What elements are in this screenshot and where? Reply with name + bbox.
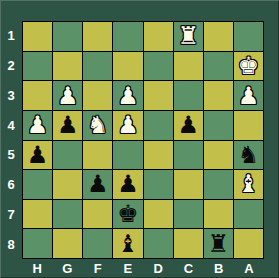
rank-label-8: 8 bbox=[0, 229, 22, 259]
square-e8[interactable]: ♝ bbox=[113, 229, 142, 258]
square-b3[interactable] bbox=[204, 81, 233, 110]
square-d5[interactable] bbox=[144, 141, 173, 170]
square-h4[interactable]: ♟ bbox=[23, 111, 52, 140]
black-king-e7[interactable]: ♚ bbox=[117, 202, 139, 226]
square-h8[interactable] bbox=[23, 229, 52, 258]
square-b6[interactable] bbox=[204, 170, 233, 199]
square-f8[interactable] bbox=[83, 229, 112, 258]
black-pawn-h5[interactable]: ♟ bbox=[27, 143, 49, 167]
square-b4[interactable] bbox=[204, 111, 233, 140]
square-d2[interactable] bbox=[144, 52, 173, 81]
square-d7[interactable] bbox=[144, 200, 173, 229]
chess-diagram: 12345678 ♜♚♟♟♟♟♟♞♟♟♟♞♟♟♝♚♝♜ HGFEDCBA bbox=[0, 0, 279, 278]
file-label-f: F bbox=[83, 259, 113, 278]
file-label-h: H bbox=[22, 259, 52, 278]
square-f4[interactable]: ♞ bbox=[83, 111, 112, 140]
file-label-c: C bbox=[173, 259, 203, 278]
file-labels: HGFEDCBA bbox=[22, 259, 264, 278]
rank-label-3: 3 bbox=[0, 81, 22, 111]
square-a2[interactable]: ♚ bbox=[234, 52, 263, 81]
black-knight-a5[interactable]: ♞ bbox=[238, 143, 260, 167]
rank-label-6: 6 bbox=[0, 170, 22, 200]
square-e7[interactable]: ♚ bbox=[113, 200, 142, 229]
rank-label-5: 5 bbox=[0, 140, 22, 170]
square-a1[interactable] bbox=[234, 22, 263, 51]
square-b7[interactable] bbox=[204, 200, 233, 229]
square-g6[interactable] bbox=[53, 170, 82, 199]
white-pawn-a3[interactable]: ♟ bbox=[238, 84, 260, 108]
square-a4[interactable] bbox=[234, 111, 263, 140]
white-pawn-h4[interactable]: ♟ bbox=[27, 113, 49, 137]
square-h6[interactable] bbox=[23, 170, 52, 199]
square-e6[interactable]: ♟ bbox=[113, 170, 142, 199]
square-b5[interactable] bbox=[204, 141, 233, 170]
square-g5[interactable] bbox=[53, 141, 82, 170]
file-label-g: G bbox=[52, 259, 82, 278]
square-h7[interactable] bbox=[23, 200, 52, 229]
square-c3[interactable] bbox=[174, 81, 203, 110]
square-f5[interactable] bbox=[83, 141, 112, 170]
white-pawn-e3[interactable]: ♟ bbox=[117, 84, 139, 108]
square-f3[interactable] bbox=[83, 81, 112, 110]
white-pawn-g3[interactable]: ♟ bbox=[57, 84, 79, 108]
square-f2[interactable] bbox=[83, 52, 112, 81]
square-a6[interactable]: ♝ bbox=[234, 170, 263, 199]
square-e4[interactable]: ♟ bbox=[113, 111, 142, 140]
file-label-d: D bbox=[143, 259, 173, 278]
square-b1[interactable] bbox=[204, 22, 233, 51]
square-h2[interactable] bbox=[23, 52, 52, 81]
square-b8[interactable]: ♜ bbox=[204, 229, 233, 258]
square-e2[interactable] bbox=[113, 52, 142, 81]
square-g4[interactable]: ♟ bbox=[53, 111, 82, 140]
square-c2[interactable] bbox=[174, 52, 203, 81]
square-c7[interactable] bbox=[174, 200, 203, 229]
rank-label-7: 7 bbox=[0, 200, 22, 230]
black-rook-b8[interactable]: ♜ bbox=[208, 232, 230, 256]
square-f1[interactable] bbox=[83, 22, 112, 51]
square-c8[interactable] bbox=[174, 229, 203, 258]
black-pawn-f6[interactable]: ♟ bbox=[87, 172, 109, 196]
rank-label-4: 4 bbox=[0, 110, 22, 140]
file-label-e: E bbox=[113, 259, 143, 278]
square-g2[interactable] bbox=[53, 52, 82, 81]
square-g3[interactable]: ♟ bbox=[53, 81, 82, 110]
rank-label-1: 1 bbox=[0, 21, 22, 51]
rank-labels: 12345678 bbox=[0, 21, 22, 259]
square-f6[interactable]: ♟ bbox=[83, 170, 112, 199]
black-pawn-g4[interactable]: ♟ bbox=[57, 113, 79, 137]
white-king-a2[interactable]: ♚ bbox=[238, 54, 260, 78]
square-d1[interactable] bbox=[144, 22, 173, 51]
black-pawn-e6[interactable]: ♟ bbox=[117, 172, 139, 196]
black-bishop-e8[interactable]: ♝ bbox=[117, 232, 139, 256]
black-pawn-c4[interactable]: ♟ bbox=[177, 113, 199, 137]
square-h3[interactable] bbox=[23, 81, 52, 110]
square-a3[interactable]: ♟ bbox=[234, 81, 263, 110]
square-e3[interactable]: ♟ bbox=[113, 81, 142, 110]
square-c5[interactable] bbox=[174, 141, 203, 170]
square-d4[interactable] bbox=[144, 111, 173, 140]
white-pawn-e4[interactable]: ♟ bbox=[117, 113, 139, 137]
square-g8[interactable] bbox=[53, 229, 82, 258]
file-label-a: A bbox=[234, 259, 264, 278]
square-f7[interactable] bbox=[83, 200, 112, 229]
chess-board: ♜♚♟♟♟♟♟♞♟♟♟♞♟♟♝♚♝♜ bbox=[22, 21, 264, 259]
square-a5[interactable]: ♞ bbox=[234, 141, 263, 170]
square-d3[interactable] bbox=[144, 81, 173, 110]
square-e1[interactable] bbox=[113, 22, 142, 51]
file-label-b: B bbox=[204, 259, 234, 278]
white-rook-c1[interactable]: ♜ bbox=[177, 24, 199, 48]
square-h5[interactable]: ♟ bbox=[23, 141, 52, 170]
square-d8[interactable] bbox=[144, 229, 173, 258]
square-e5[interactable] bbox=[113, 141, 142, 170]
square-c6[interactable] bbox=[174, 170, 203, 199]
square-b2[interactable] bbox=[204, 52, 233, 81]
square-a8[interactable] bbox=[234, 229, 263, 258]
square-d6[interactable] bbox=[144, 170, 173, 199]
square-h1[interactable] bbox=[23, 22, 52, 51]
rank-label-2: 2 bbox=[0, 51, 22, 81]
square-c1[interactable]: ♜ bbox=[174, 22, 203, 51]
square-c4[interactable]: ♟ bbox=[174, 111, 203, 140]
square-g7[interactable] bbox=[53, 200, 82, 229]
white-bishop-a6[interactable]: ♝ bbox=[238, 172, 260, 196]
white-knight-f4[interactable]: ♞ bbox=[87, 113, 109, 137]
square-g1[interactable] bbox=[53, 22, 82, 51]
square-a7[interactable] bbox=[234, 200, 263, 229]
